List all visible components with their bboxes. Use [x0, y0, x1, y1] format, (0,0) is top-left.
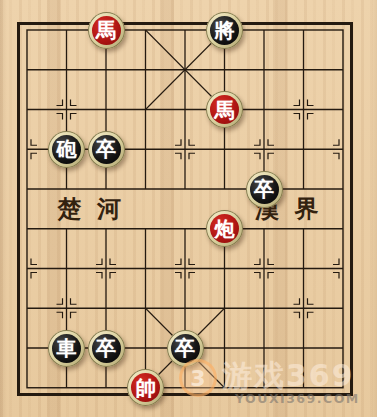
piece-character: 砲 — [52, 135, 81, 164]
xiangqi-board-screen: 楚 河 漢 界 馬將馬砲卒卒炮車卒卒帥 3 游戏369 YOUXI369.COM — [0, 0, 377, 417]
piece-black-cannon[interactable]: 砲 — [48, 131, 85, 168]
piece-black-soldier[interactable]: 卒 — [88, 131, 125, 168]
piece-character: 卒 — [92, 334, 121, 363]
piece-character: 帥 — [131, 373, 160, 402]
piece-red-general[interactable]: 帥 — [127, 369, 164, 406]
piece-red-cannon[interactable]: 炮 — [206, 210, 243, 247]
piece-red-horse[interactable]: 馬 — [88, 12, 125, 49]
piece-black-general[interactable]: 將 — [206, 12, 243, 49]
piece-character: 馬 — [92, 16, 121, 45]
piece-character: 卒 — [250, 175, 279, 204]
piece-red-horse[interactable]: 馬 — [206, 91, 243, 128]
piece-character: 車 — [52, 334, 81, 363]
piece-character: 將 — [210, 16, 239, 45]
piece-character: 馬 — [210, 95, 239, 124]
piece-character: 卒 — [171, 334, 200, 363]
piece-character: 卒 — [92, 135, 121, 164]
piece-black-soldier[interactable]: 卒 — [167, 330, 204, 367]
piece-black-chariot[interactable]: 車 — [48, 330, 85, 367]
piece-black-soldier[interactable]: 卒 — [88, 330, 125, 367]
piece-black-soldier[interactable]: 卒 — [246, 171, 283, 208]
piece-character: 炮 — [210, 214, 239, 243]
